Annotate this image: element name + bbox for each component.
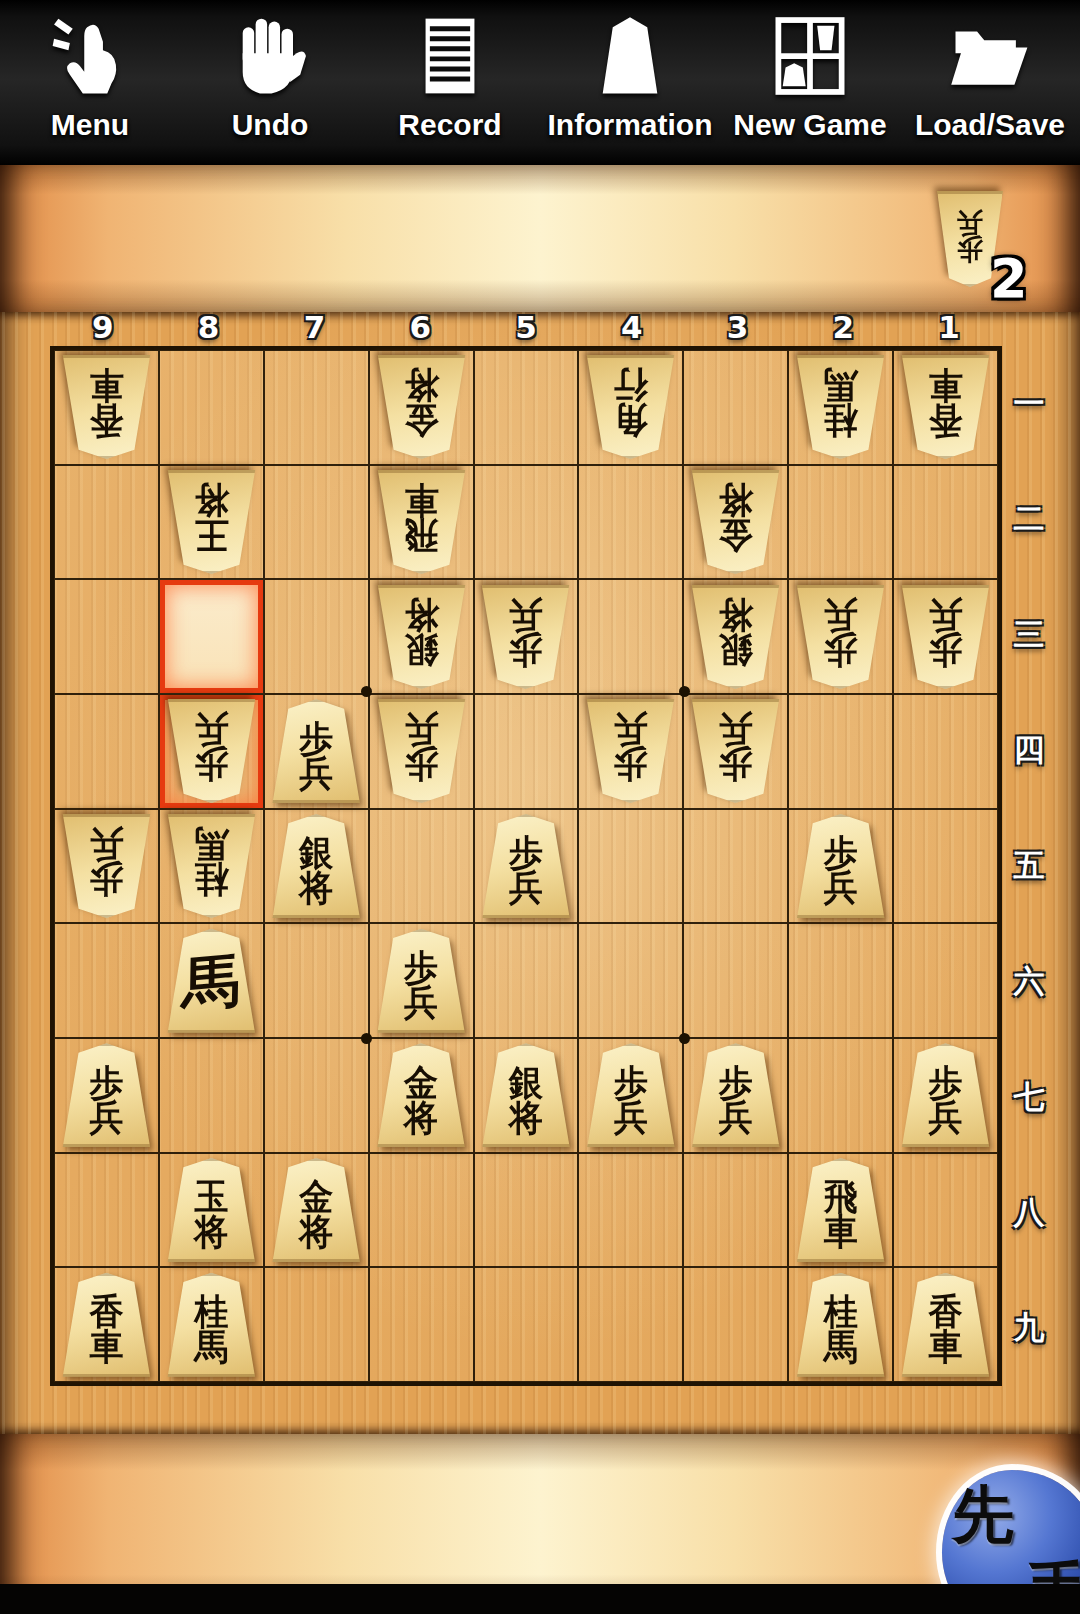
square-5-3[interactable]: 歩 兵 xyxy=(474,579,579,694)
piece-kanji: 玉 将 xyxy=(194,1179,228,1250)
square-4-6[interactable] xyxy=(578,923,683,1038)
sente-rook-2-8[interactable]: 飛 車 xyxy=(794,1158,887,1262)
piece-body: 歩 兵 xyxy=(270,699,363,803)
piece-kanji: 歩 兵 xyxy=(614,1065,648,1136)
square-4-2[interactable] xyxy=(578,465,683,580)
piece-kanji: 歩 兵 xyxy=(824,835,858,906)
square-6-9[interactable] xyxy=(369,1267,474,1382)
tap-hand-icon xyxy=(44,10,136,106)
sente-silver-7-5[interactable]: 銀 将 xyxy=(270,814,363,918)
piece-kanji: 歩 兵 xyxy=(719,1065,753,1136)
piece-body: 飛 車 xyxy=(375,470,468,574)
square-1-8[interactable] xyxy=(893,1153,998,1268)
rank-label-1: 一 xyxy=(1006,346,1052,462)
piece-body: 歩 兵 xyxy=(899,585,992,689)
piece-kanji: 銀 将 xyxy=(299,835,333,906)
piece-kanji: 桂 馬 xyxy=(824,368,858,439)
square-1-1[interactable]: 香 車 xyxy=(893,350,998,465)
turn-badge-char-1: 先 xyxy=(952,1484,1014,1546)
sente-pawn-9-7[interactable]: 歩 兵 xyxy=(60,1043,153,1147)
square-6-5[interactable] xyxy=(369,809,474,924)
square-8-6[interactable]: 馬 xyxy=(159,923,264,1038)
file-label-7: 7 xyxy=(262,309,368,345)
gote-hand-tray: 歩 兵2 xyxy=(0,165,1080,312)
square-7-8[interactable]: 金 将 xyxy=(264,1153,369,1268)
piece-kanji: 銀 将 xyxy=(509,1065,543,1136)
star-point xyxy=(679,686,690,697)
gote-pawn-5-3[interactable]: 歩 兵 xyxy=(479,585,572,689)
square-3-8[interactable] xyxy=(683,1153,788,1268)
piece-body: 歩 兵 xyxy=(165,699,258,803)
menu-label: Menu xyxy=(51,110,129,140)
sente-pawn-1-7[interactable]: 歩 兵 xyxy=(899,1043,992,1147)
star-point xyxy=(361,686,372,697)
piece-kanji: 歩 兵 xyxy=(719,712,753,783)
gote-silver-6-3[interactable]: 銀 将 xyxy=(375,585,468,689)
square-2-5[interactable]: 歩 兵 xyxy=(788,809,893,924)
square-5-4[interactable] xyxy=(474,694,579,809)
record-sheet-icon xyxy=(404,10,496,106)
square-2-3[interactable]: 歩 兵 xyxy=(788,579,893,694)
square-7-1[interactable] xyxy=(264,350,369,465)
piece-kanji: 金 将 xyxy=(719,482,753,553)
piece-body: 歩 兵 xyxy=(584,1043,677,1147)
piece-body: 桂 馬 xyxy=(165,814,258,918)
piece-body: 歩 兵 xyxy=(60,1043,153,1147)
file-label-3: 3 xyxy=(685,309,791,345)
board-quadrants-icon xyxy=(764,10,856,106)
shogi-piece-icon xyxy=(584,10,676,106)
square-8-9[interactable]: 桂 馬 xyxy=(159,1267,264,1382)
piece-body: 香 車 xyxy=(60,1273,153,1377)
new-game-label: New Game xyxy=(733,110,886,140)
square-4-3[interactable] xyxy=(578,579,683,694)
rank-label-6: 六 xyxy=(1006,924,1052,1040)
square-8-1[interactable] xyxy=(159,350,264,465)
sente-lance-9-9[interactable]: 香 車 xyxy=(60,1273,153,1377)
piece-kanji: 飛 車 xyxy=(404,482,438,553)
star-point xyxy=(361,1033,372,1044)
star-point xyxy=(679,1033,690,1044)
square-1-2[interactable] xyxy=(893,465,998,580)
square-2-2[interactable] xyxy=(788,465,893,580)
square-7-9[interactable] xyxy=(264,1267,369,1382)
piece-body: 金 将 xyxy=(375,355,468,459)
square-3-4[interactable]: 歩 兵 xyxy=(683,694,788,809)
piece-body: 銀 将 xyxy=(375,585,468,689)
square-5-6[interactable] xyxy=(474,923,579,1038)
sente-pawn-7-4[interactable]: 歩 兵 xyxy=(270,699,363,803)
square-1-5[interactable] xyxy=(893,809,998,924)
square-9-3[interactable] xyxy=(54,579,159,694)
piece-body: 馬 xyxy=(165,929,258,1033)
board-area: 987654321 一二三四五六七八九 香 車金 将角 行桂 馬香 車王 将飛 … xyxy=(0,312,1080,1434)
piece-body: 角 行 xyxy=(584,355,677,459)
piece-kanji: 香 車 xyxy=(929,1294,963,1365)
square-7-6[interactable] xyxy=(264,923,369,1038)
piece-body: 金 将 xyxy=(689,470,782,574)
undo-button[interactable]: Undo xyxy=(182,0,358,165)
sente-pawn-2-5[interactable]: 歩 兵 xyxy=(794,814,887,918)
square-4-1[interactable]: 角 行 xyxy=(578,350,683,465)
piece-body: 桂 馬 xyxy=(794,1273,887,1377)
piece-body: 金 将 xyxy=(375,1043,468,1147)
piece-body: 歩 兵 xyxy=(689,1043,782,1147)
gote-gold-6-1[interactable]: 金 将 xyxy=(375,355,468,459)
toolbar: Menu Undo xyxy=(0,0,1080,165)
stop-hand-icon xyxy=(224,10,316,106)
rank-label-9: 九 xyxy=(1006,1270,1052,1386)
square-2-9[interactable]: 桂 馬 xyxy=(788,1267,893,1382)
square-3-3[interactable]: 銀 将 xyxy=(683,579,788,694)
square-9-7[interactable]: 歩 兵 xyxy=(54,1038,159,1153)
square-8-3[interactable] xyxy=(159,579,264,694)
sente-pawn-6-6[interactable]: 歩 兵 xyxy=(375,929,468,1033)
load-save-button[interactable]: Load/Save xyxy=(902,0,1078,165)
piece-kanji: 銀 将 xyxy=(404,597,438,668)
piece-kanji: 歩 兵 xyxy=(404,950,438,1021)
piece-body: 歩 兵 xyxy=(794,585,887,689)
menu-button[interactable]: Menu xyxy=(2,0,178,165)
piece-kanji: 香 車 xyxy=(89,368,123,439)
square-8-4[interactable]: 歩 兵 xyxy=(159,694,264,809)
rank-label-7: 七 xyxy=(1006,1039,1052,1155)
square-1-9[interactable]: 香 車 xyxy=(893,1267,998,1382)
gote-pawn-2-3[interactable]: 歩 兵 xyxy=(794,585,887,689)
square-2-7[interactable] xyxy=(788,1038,893,1153)
gote-pawn-3-4[interactable]: 歩 兵 xyxy=(689,699,782,803)
square-8-7[interactable] xyxy=(159,1038,264,1153)
gote-pawn-4-4[interactable]: 歩 兵 xyxy=(584,699,677,803)
rank-label-2: 二 xyxy=(1006,462,1052,578)
sente-gold-6-7[interactable]: 金 将 xyxy=(375,1043,468,1147)
square-1-4[interactable] xyxy=(893,694,998,809)
piece-body: 歩 兵 xyxy=(689,699,782,803)
piece-kanji: 香 車 xyxy=(89,1294,123,1365)
piece-body: 歩 兵 xyxy=(899,1043,992,1147)
gote-silver-3-3[interactable]: 銀 将 xyxy=(689,585,782,689)
square-3-6[interactable] xyxy=(683,923,788,1038)
square-8-8[interactable]: 玉 将 xyxy=(159,1153,264,1268)
sente-pawn-4-7[interactable]: 歩 兵 xyxy=(584,1043,677,1147)
shogi-app-screen: Menu Undo xyxy=(0,0,1080,1614)
piece-kanji: 歩 兵 xyxy=(824,597,858,668)
gote-lance-9-1[interactable]: 香 車 xyxy=(60,355,153,459)
square-9-6[interactable] xyxy=(54,923,159,1038)
file-label-9: 9 xyxy=(50,309,156,345)
rank-label-4: 四 xyxy=(1006,693,1052,809)
square-6-8[interactable] xyxy=(369,1153,474,1268)
piece-kanji: 香 車 xyxy=(929,368,963,439)
piece-body: 桂 馬 xyxy=(794,355,887,459)
square-5-9[interactable] xyxy=(474,1267,579,1382)
piece-body: 香 車 xyxy=(899,1273,992,1377)
square-7-5[interactable]: 銀 将 xyxy=(264,809,369,924)
square-8-2[interactable]: 王 将 xyxy=(159,465,264,580)
piece-body: 銀 将 xyxy=(479,1043,572,1147)
sente-promoted-bishop-8-6[interactable]: 馬 xyxy=(165,929,258,1033)
piece-body: 歩 兵 xyxy=(584,699,677,803)
gote-lance-1-1[interactable]: 香 車 xyxy=(899,355,992,459)
piece-kanji: 歩 兵 xyxy=(929,597,963,668)
square-1-6[interactable] xyxy=(893,923,998,1038)
square-6-7[interactable]: 金 将 xyxy=(369,1038,474,1153)
piece-kanji: 歩 兵 xyxy=(957,209,983,263)
rank-labels: 一二三四五六七八九 xyxy=(1006,346,1052,1386)
sente-pawn-5-5[interactable]: 歩 兵 xyxy=(479,814,572,918)
record-label: Record xyxy=(398,110,501,140)
piece-body: 銀 将 xyxy=(270,814,363,918)
square-5-8[interactable] xyxy=(474,1153,579,1268)
square-1-7[interactable]: 歩 兵 xyxy=(893,1038,998,1153)
square-9-9[interactable]: 香 車 xyxy=(54,1267,159,1382)
gote-bishop-4-1[interactable]: 角 行 xyxy=(584,355,677,459)
square-6-2[interactable]: 飛 車 xyxy=(369,465,474,580)
gote-knight-2-1[interactable]: 桂 馬 xyxy=(794,355,887,459)
square-7-7[interactable] xyxy=(264,1038,369,1153)
square-5-1[interactable] xyxy=(474,350,579,465)
piece-body: 香 車 xyxy=(899,355,992,459)
square-9-5[interactable]: 歩 兵 xyxy=(54,809,159,924)
piece-kanji: 角 行 xyxy=(614,368,648,439)
sente-silver-5-7[interactable]: 銀 将 xyxy=(479,1043,572,1147)
square-2-1[interactable]: 桂 馬 xyxy=(788,350,893,465)
piece-body: 歩 兵 xyxy=(479,585,572,689)
piece-kanji: 歩 兵 xyxy=(89,826,123,897)
sente-gold-7-8[interactable]: 金 将 xyxy=(270,1158,363,1262)
piece-kanji: 馬 xyxy=(182,952,241,1014)
folder-icon xyxy=(944,10,1036,106)
piece-body: 歩 兵 xyxy=(479,814,572,918)
square-2-8[interactable]: 飛 車 xyxy=(788,1153,893,1268)
square-3-5[interactable] xyxy=(683,809,788,924)
piece-kanji: 歩 兵 xyxy=(89,1065,123,1136)
piece-kanji: 飛 車 xyxy=(824,1179,858,1250)
file-label-2: 2 xyxy=(790,309,896,345)
square-1-3[interactable]: 歩 兵 xyxy=(893,579,998,694)
gote-pawn-6-4[interactable]: 歩 兵 xyxy=(375,699,468,803)
sente-pawn-3-7[interactable]: 歩 兵 xyxy=(689,1043,782,1147)
gote-king-8-2[interactable]: 王 将 xyxy=(165,470,258,574)
record-button[interactable]: Record xyxy=(362,0,538,165)
file-label-8: 8 xyxy=(156,309,262,345)
undo-label: Undo xyxy=(232,110,309,140)
square-3-7[interactable]: 歩 兵 xyxy=(683,1038,788,1153)
rank-label-3: 三 xyxy=(1006,577,1052,693)
piece-kanji: 桂 馬 xyxy=(194,826,228,897)
file-label-6: 6 xyxy=(367,309,473,345)
piece-body: 歩 兵 xyxy=(794,814,887,918)
piece-body: 金 将 xyxy=(270,1158,363,1262)
square-6-4[interactable]: 歩 兵 xyxy=(369,694,474,809)
piece-kanji: 金 将 xyxy=(404,1065,438,1136)
square-5-2[interactable] xyxy=(474,465,579,580)
file-labels: 987654321 xyxy=(50,309,1002,345)
square-9-4[interactable] xyxy=(54,694,159,809)
piece-body: 桂 馬 xyxy=(165,1273,258,1377)
sente-knight-8-9[interactable]: 桂 馬 xyxy=(165,1273,258,1377)
rank-label-5: 五 xyxy=(1006,808,1052,924)
piece-body: 王 将 xyxy=(165,470,258,574)
square-7-4[interactable]: 歩 兵 xyxy=(264,694,369,809)
square-3-9[interactable] xyxy=(683,1267,788,1382)
square-4-5[interactable] xyxy=(578,809,683,924)
piece-kanji: 歩 兵 xyxy=(509,835,543,906)
file-label-1: 1 xyxy=(896,309,1002,345)
square-4-7[interactable]: 歩 兵 xyxy=(578,1038,683,1153)
square-6-1[interactable]: 金 将 xyxy=(369,350,474,465)
information-button[interactable]: Information xyxy=(542,0,718,165)
piece-kanji: 王 将 xyxy=(194,482,228,553)
square-9-2[interactable] xyxy=(54,465,159,580)
piece-body: 歩 兵 xyxy=(375,699,468,803)
gote-pawn-1-3[interactable]: 歩 兵 xyxy=(899,585,992,689)
piece-kanji: 銀 将 xyxy=(719,597,753,668)
sente-king-8-8[interactable]: 玉 将 xyxy=(165,1158,258,1262)
square-3-2[interactable]: 金 将 xyxy=(683,465,788,580)
load-save-label: Load/Save xyxy=(915,110,1065,140)
gote-rook-6-2[interactable]: 飛 車 xyxy=(375,470,468,574)
square-5-5[interactable]: 歩 兵 xyxy=(474,809,579,924)
piece-body: 歩 兵 xyxy=(60,814,153,918)
square-9-8[interactable] xyxy=(54,1153,159,1268)
square-7-2[interactable] xyxy=(264,465,369,580)
square-7-3[interactable] xyxy=(264,579,369,694)
file-label-4: 4 xyxy=(579,309,685,345)
information-label: Information xyxy=(548,110,713,140)
file-label-5: 5 xyxy=(473,309,579,345)
piece-body: 玉 将 xyxy=(165,1158,258,1262)
piece-kanji: 金 将 xyxy=(299,1179,333,1250)
sente-lance-1-9[interactable]: 香 車 xyxy=(899,1273,992,1377)
gote-pawn-8-4[interactable]: 歩 兵 xyxy=(165,699,258,803)
gote-gold-3-2[interactable]: 金 将 xyxy=(689,470,782,574)
piece-body: 歩 兵 xyxy=(375,929,468,1033)
piece-kanji: 歩 兵 xyxy=(614,712,648,783)
square-4-4[interactable]: 歩 兵 xyxy=(578,694,683,809)
gote-hand-shade xyxy=(0,165,1080,312)
square-9-1[interactable]: 香 車 xyxy=(54,350,159,465)
square-2-4[interactable] xyxy=(788,694,893,809)
square-4-9[interactable] xyxy=(578,1267,683,1382)
square-4-8[interactable] xyxy=(578,1153,683,1268)
piece-kanji: 歩 兵 xyxy=(509,597,543,668)
piece-body: 銀 将 xyxy=(689,585,782,689)
square-5-7[interactable]: 銀 将 xyxy=(474,1038,579,1153)
piece-kanji: 歩 兵 xyxy=(299,721,333,792)
square-8-5[interactable]: 桂 馬 xyxy=(159,809,264,924)
square-6-3[interactable]: 銀 将 xyxy=(369,579,474,694)
rank-label-8: 八 xyxy=(1006,1155,1052,1271)
piece-kanji: 桂 馬 xyxy=(194,1294,228,1365)
piece-body: 飛 車 xyxy=(794,1158,887,1262)
piece-body: 香 車 xyxy=(60,355,153,459)
sente-knight-2-9[interactable]: 桂 馬 xyxy=(794,1273,887,1377)
square-2-6[interactable] xyxy=(788,923,893,1038)
square-3-1[interactable] xyxy=(683,350,788,465)
gote-knight-8-5[interactable]: 桂 馬 xyxy=(165,814,258,918)
gote-hand-count: 2 xyxy=(990,247,1028,310)
bottom-edge-bar xyxy=(0,1584,1080,1614)
board-grid: 香 車金 将角 行桂 馬香 車王 将飛 車金 将銀 将歩 兵銀 将歩 兵歩 兵歩… xyxy=(50,346,1002,1386)
piece-kanji: 歩 兵 xyxy=(929,1065,963,1136)
piece-kanji: 桂 馬 xyxy=(824,1294,858,1365)
piece-kanji: 歩 兵 xyxy=(194,712,228,783)
new-game-button[interactable]: New Game xyxy=(722,0,898,165)
piece-kanji: 金 将 xyxy=(404,368,438,439)
gote-pawn-9-5[interactable]: 歩 兵 xyxy=(60,814,153,918)
square-6-6[interactable]: 歩 兵 xyxy=(369,923,474,1038)
piece-kanji: 歩 兵 xyxy=(404,712,438,783)
